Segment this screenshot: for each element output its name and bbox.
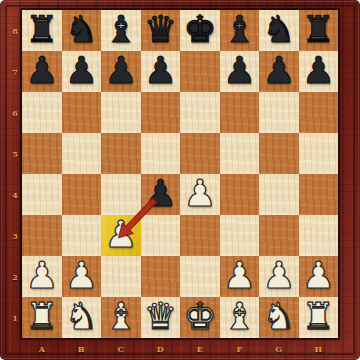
square-e4[interactable]: ♟ [180, 174, 220, 215]
square-a3[interactable] [22, 215, 62, 256]
square-e3[interactable] [180, 215, 220, 256]
piece-black-rook-h8[interactable]: ♜ [302, 11, 335, 48]
square-f2[interactable]: ♟ [220, 256, 260, 297]
square-f7[interactable]: ♟ [220, 51, 260, 92]
piece-white-pawn-e4[interactable]: ♟ [183, 175, 216, 212]
square-g1[interactable]: ♞ [259, 297, 299, 338]
square-g7[interactable]: ♟ [259, 51, 299, 92]
square-h5[interactable] [299, 133, 339, 174]
piece-black-queen-d8[interactable]: ♛ [144, 11, 177, 48]
square-c3[interactable]: ♟ [101, 215, 141, 256]
square-c4[interactable] [101, 174, 141, 215]
square-b6[interactable] [62, 92, 102, 133]
square-d3[interactable] [141, 215, 181, 256]
piece-white-pawn-c3[interactable]: ♟ [104, 216, 137, 253]
square-h7[interactable]: ♟ [299, 51, 339, 92]
square-f5[interactable] [220, 133, 260, 174]
square-a5[interactable] [22, 133, 62, 174]
piece-black-pawn-a7[interactable]: ♟ [25, 52, 58, 89]
square-a6[interactable] [22, 92, 62, 133]
piece-black-king-e8[interactable]: ♚ [183, 11, 216, 48]
piece-white-rook-a1[interactable]: ♜ [25, 298, 58, 335]
piece-white-queen-d1[interactable]: ♛ [144, 298, 177, 335]
piece-black-knight-g8[interactable]: ♞ [262, 11, 295, 48]
piece-black-pawn-g7[interactable]: ♟ [262, 52, 295, 89]
square-h2[interactable]: ♟ [299, 256, 339, 297]
square-c2[interactable] [101, 256, 141, 297]
square-e2[interactable] [180, 256, 220, 297]
square-d8[interactable]: ♛ [141, 10, 181, 51]
square-a1[interactable]: ♜ [22, 297, 62, 338]
square-e6[interactable] [180, 92, 220, 133]
piece-white-bishop-f1[interactable]: ♝ [223, 298, 256, 335]
square-d2[interactable] [141, 256, 181, 297]
square-h1[interactable]: ♜ [299, 297, 339, 338]
square-e8[interactable]: ♚ [180, 10, 220, 51]
piece-black-pawn-b7[interactable]: ♟ [65, 52, 98, 89]
square-d1[interactable]: ♛ [141, 297, 181, 338]
square-h4[interactable] [299, 174, 339, 215]
square-g2[interactable]: ♟ [259, 256, 299, 297]
piece-black-pawn-h7[interactable]: ♟ [302, 52, 335, 89]
square-a8[interactable]: ♜ [22, 10, 62, 51]
square-g4[interactable] [259, 174, 299, 215]
piece-black-bishop-f8[interactable]: ♝ [223, 11, 256, 48]
square-b7[interactable]: ♟ [62, 51, 102, 92]
piece-black-pawn-d4[interactable]: ♟ [144, 175, 177, 212]
square-e5[interactable] [180, 133, 220, 174]
square-c8[interactable]: ♝ [101, 10, 141, 51]
square-b2[interactable]: ♟ [62, 256, 102, 297]
chess-board: ♜♞♝♛♚♝♞♜♟♟♟♟♟♟♟♟♟♟♟♟♟♟♟♜♞♝♛♚♝♞♜ [22, 10, 338, 338]
piece-black-pawn-f7[interactable]: ♟ [223, 52, 256, 89]
piece-white-pawn-a2[interactable]: ♟ [25, 257, 58, 294]
piece-black-pawn-d7[interactable]: ♟ [144, 52, 177, 89]
square-b5[interactable] [62, 133, 102, 174]
piece-black-rook-a8[interactable]: ♜ [25, 11, 58, 48]
piece-white-pawn-g2[interactable]: ♟ [262, 257, 295, 294]
piece-white-rook-h1[interactable]: ♜ [302, 298, 335, 335]
square-a4[interactable] [22, 174, 62, 215]
square-f3[interactable] [220, 215, 260, 256]
square-a7[interactable]: ♟ [22, 51, 62, 92]
piece-white-knight-b1[interactable]: ♞ [65, 298, 98, 335]
square-d5[interactable] [141, 133, 181, 174]
square-h6[interactable] [299, 92, 339, 133]
square-f8[interactable]: ♝ [220, 10, 260, 51]
square-b1[interactable]: ♞ [62, 297, 102, 338]
square-g6[interactable] [259, 92, 299, 133]
square-c6[interactable] [101, 92, 141, 133]
square-h3[interactable] [299, 215, 339, 256]
square-d6[interactable] [141, 92, 181, 133]
piece-black-knight-b8[interactable]: ♞ [65, 11, 98, 48]
piece-white-pawn-b2[interactable]: ♟ [65, 257, 98, 294]
square-g8[interactable]: ♞ [259, 10, 299, 51]
square-c1[interactable]: ♝ [101, 297, 141, 338]
square-c5[interactable] [101, 133, 141, 174]
piece-white-pawn-f2[interactable]: ♟ [223, 257, 256, 294]
square-f4[interactable] [220, 174, 260, 215]
square-b3[interactable] [62, 215, 102, 256]
piece-black-pawn-c7[interactable]: ♟ [104, 52, 137, 89]
square-f6[interactable] [220, 92, 260, 133]
piece-white-bishop-c1[interactable]: ♝ [104, 298, 137, 335]
square-g3[interactable] [259, 215, 299, 256]
square-g5[interactable] [259, 133, 299, 174]
piece-black-bishop-c8[interactable]: ♝ [104, 11, 137, 48]
square-d7[interactable]: ♟ [141, 51, 181, 92]
piece-white-king-e1[interactable]: ♚ [183, 298, 216, 335]
square-e7[interactable] [180, 51, 220, 92]
square-e1[interactable]: ♚ [180, 297, 220, 338]
square-a2[interactable]: ♟ [22, 256, 62, 297]
square-d4[interactable]: ♟ [141, 174, 181, 215]
square-b8[interactable]: ♞ [62, 10, 102, 51]
piece-white-knight-g1[interactable]: ♞ [262, 298, 295, 335]
piece-white-pawn-h2[interactable]: ♟ [302, 257, 335, 294]
square-f1[interactable]: ♝ [220, 297, 260, 338]
square-h8[interactable]: ♜ [299, 10, 339, 51]
square-b4[interactable] [62, 174, 102, 215]
chessboard-screenshot: ♜♞♝♛♚♝♞♜♟♟♟♟♟♟♟♟♟♟♟♟♟♟♟♜♞♝♛♚♝♞♜ 87654321… [0, 0, 360, 360]
square-c7[interactable]: ♟ [101, 51, 141, 92]
